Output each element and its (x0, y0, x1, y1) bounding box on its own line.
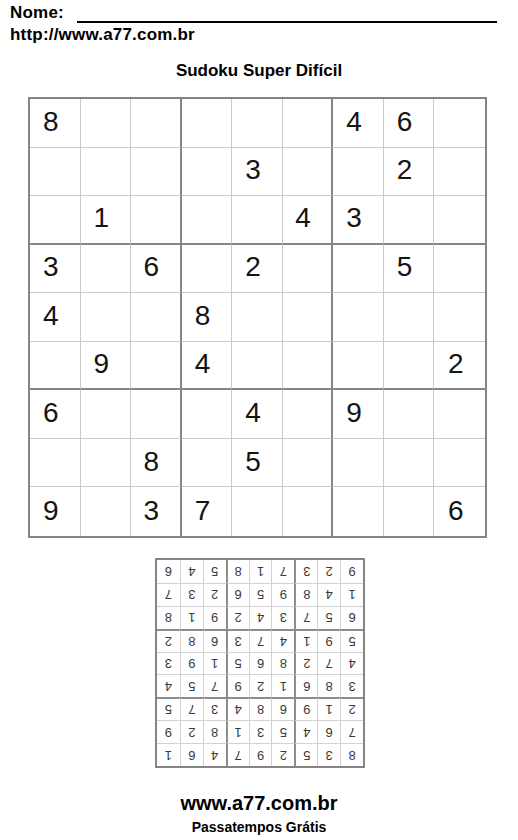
cell-digit: 4 (257, 610, 264, 625)
solution-cell-r6c7: 6 (203, 629, 226, 652)
cell-digit: 5 (257, 587, 264, 602)
cell-digit: 8 (195, 300, 211, 332)
puzzle-cell-r3c6[interactable]: 4 (283, 196, 334, 245)
cell-digit: 5 (211, 564, 218, 579)
solution-cell-r8c9: 7 (157, 583, 180, 606)
cell-digit: 5 (348, 634, 355, 649)
cell-digit: 6 (348, 610, 355, 625)
puzzle-cell-r9c8[interactable] (384, 487, 435, 536)
solution-cell-r4c4: 1 (271, 674, 294, 697)
cell-digit: 3 (245, 154, 261, 186)
cell-digit: 4 (235, 702, 242, 717)
cell-digit: 3 (144, 495, 160, 527)
cell-digit: 7 (195, 495, 211, 527)
solution-cell-r4c3: 6 (294, 674, 317, 697)
cell-digit: 5 (235, 656, 242, 671)
solution-cell-r4c8: 5 (180, 674, 203, 697)
cell-digit: 6 (211, 634, 218, 649)
solution-cell-r8c3: 8 (294, 583, 317, 606)
puzzle-cell-r6c8[interactable] (384, 342, 435, 391)
cell-digit: 6 (257, 656, 264, 671)
solution-cell-r9c8: 4 (180, 560, 203, 583)
solution-cell-r9c6: 8 (226, 560, 249, 583)
puzzle-cell-r1c5[interactable] (232, 99, 283, 148)
puzzle-cell-r4c7[interactable] (333, 245, 384, 294)
puzzle-cell-r7c7[interactable]: 9 (333, 390, 384, 439)
solution-cell-r1c8: 6 (180, 743, 203, 766)
solution-cell-r4c5: 2 (249, 674, 272, 697)
cell-digit: 9 (257, 748, 264, 763)
solution-cell-r7c3: 7 (294, 606, 317, 629)
solution-cell-r8c1: 1 (340, 583, 363, 606)
solution-cell-r1c2: 3 (317, 743, 340, 766)
cell-digit: 7 (303, 610, 310, 625)
puzzle-cell-r8c6[interactable] (283, 439, 334, 488)
puzzle-cell-r8c8[interactable] (384, 439, 435, 488)
puzzle-cell-r3c4[interactable] (182, 196, 233, 245)
cell-digit: 5 (280, 725, 287, 740)
puzzle-cell-r5c4[interactable]: 8 (182, 293, 233, 342)
puzzle-cell-r4c8[interactable]: 5 (384, 245, 435, 294)
solution-cell-r6c2: 9 (317, 629, 340, 652)
solution-cell-r3c2: 1 (317, 697, 340, 720)
cell-digit: 3 (165, 656, 172, 671)
cell-digit: 1 (326, 702, 333, 717)
puzzle-cell-r4c5[interactable]: 2 (232, 245, 283, 294)
cell-digit: 9 (43, 495, 59, 527)
puzzle-cell-r7c8[interactable] (384, 390, 435, 439)
cell-digit: 5 (397, 251, 413, 283)
cell-digit: 9 (303, 702, 310, 717)
solution-cell-r5c6: 5 (226, 652, 249, 675)
solution-cell-r9c1: 9 (340, 560, 363, 583)
solution-cell-r5c9: 3 (157, 652, 180, 675)
puzzle-cell-r3c9[interactable] (434, 196, 485, 245)
cell-digit: 9 (348, 564, 355, 579)
cell-digit: 3 (188, 587, 195, 602)
puzzle-cell-r3c3[interactable] (131, 196, 182, 245)
cell-digit: 3 (348, 679, 355, 694)
puzzle-cell-r5c1[interactable]: 4 (30, 293, 81, 342)
solution-cell-r2c1: 7 (340, 720, 363, 743)
cell-digit: 9 (326, 634, 333, 649)
cell-digit: 5 (165, 702, 172, 717)
solution-cell-r6c8: 8 (180, 629, 203, 652)
cell-digit: 3 (257, 725, 264, 740)
cell-digit: 4 (326, 587, 333, 602)
solution-cell-r4c1: 3 (340, 674, 363, 697)
cell-digit: 7 (165, 587, 172, 602)
solution-cell-r5c5: 6 (249, 652, 272, 675)
solution-cell-r4c2: 8 (317, 674, 340, 697)
puzzle-cell-r9c2[interactable] (81, 487, 132, 536)
solution-cell-r2c6: 1 (226, 720, 249, 743)
puzzle-cell-r1c1[interactable]: 8 (30, 99, 81, 148)
cell-digit: 6 (235, 587, 242, 602)
cell-digit: 2 (235, 610, 242, 625)
cell-digit: 3 (280, 610, 287, 625)
solution-cell-r6c5: 7 (249, 629, 272, 652)
solution-cell-r6c3: 1 (294, 629, 317, 652)
puzzle-cell-r8c3[interactable]: 8 (131, 439, 182, 488)
cell-digit: 2 (280, 748, 287, 763)
puzzle-cell-r9c7[interactable] (333, 487, 384, 536)
sudoku-solution-grid-upside-down: 8352974617645318292196843753861297544728… (155, 558, 365, 768)
solution-cell-r6c4: 4 (271, 629, 294, 652)
solution-cell-r4c6: 9 (226, 674, 249, 697)
puzzle-cell-r5c5[interactable] (232, 293, 283, 342)
solution-cell-r8c8: 3 (180, 583, 203, 606)
solution-cell-r2c8: 2 (180, 720, 203, 743)
cell-digit: 1 (303, 634, 310, 649)
solution-cell-r9c3: 3 (294, 560, 317, 583)
puzzle-cell-r9c4[interactable]: 7 (182, 487, 233, 536)
puzzle-cell-r7c9[interactable] (434, 390, 485, 439)
cell-digit: 3 (43, 251, 59, 283)
cell-digit: 8 (211, 725, 218, 740)
cell-digit: 4 (195, 348, 211, 380)
puzzle-cell-r5c8[interactable] (384, 293, 435, 342)
solution-cell-r5c1: 4 (340, 652, 363, 675)
cell-digit: 4 (211, 748, 218, 763)
solution-cell-r9c2: 2 (317, 560, 340, 583)
cell-digit: 3 (346, 202, 362, 234)
puzzle-cell-r1c4[interactable] (182, 99, 233, 148)
cell-digit: 8 (165, 610, 172, 625)
cell-digit: 6 (144, 251, 160, 283)
cell-digit: 1 (280, 679, 287, 694)
cell-digit: 4 (188, 564, 195, 579)
puzzle-cell-r1c2[interactable] (81, 99, 132, 148)
cell-digit: 2 (326, 564, 333, 579)
solution-cell-r4c7: 7 (203, 674, 226, 697)
puzzle-cell-r1c6[interactable] (283, 99, 334, 148)
puzzle-cell-r8c2[interactable] (81, 439, 132, 488)
cell-digit: 3 (303, 564, 310, 579)
puzzle-cell-r2c6[interactable] (283, 148, 334, 197)
cell-digit: 7 (211, 679, 218, 694)
cell-digit: 7 (280, 564, 287, 579)
solution-cell-r7c8: 1 (180, 606, 203, 629)
puzzle-cell-r7c2[interactable] (81, 390, 132, 439)
cell-digit: 8 (235, 564, 242, 579)
puzzle-cell-r1c9[interactable] (434, 99, 485, 148)
cell-digit: 6 (397, 106, 413, 138)
puzzle-cell-r4c6[interactable] (283, 245, 334, 294)
solution-cell-r6c1: 5 (340, 629, 363, 652)
puzzle-cell-r7c6[interactable] (283, 390, 334, 439)
puzzle-cell-r5c6[interactable] (283, 293, 334, 342)
cell-digit: 1 (94, 202, 110, 234)
cell-digit: 6 (448, 495, 464, 527)
cell-digit: 1 (257, 564, 264, 579)
puzzle-cell-r6c1[interactable] (30, 342, 81, 391)
cell-digit: 1 (165, 748, 172, 763)
cell-digit: 1 (235, 725, 242, 740)
footer-tagline-text: Passatempos Grátis (0, 819, 518, 835)
puzzle-cell-r4c4[interactable] (182, 245, 233, 294)
puzzle-cell-r8c5[interactable]: 5 (232, 439, 283, 488)
site-url-text: http://www.a77.com.br (10, 25, 195, 45)
puzzle-title: Sudoku Super Difícil (0, 61, 518, 81)
puzzle-cell-r9c5[interactable] (232, 487, 283, 536)
solution-cell-r3c1: 2 (340, 697, 363, 720)
solution-cell-r9c5: 1 (249, 560, 272, 583)
cell-digit: 1 (348, 587, 355, 602)
cell-digit: 2 (303, 656, 310, 671)
solution-cell-r2c3: 4 (294, 720, 317, 743)
cell-digit: 9 (94, 348, 110, 380)
solution-cell-r4c9: 4 (157, 674, 180, 697)
solution-cell-r3c6: 4 (226, 697, 249, 720)
footer-site-text: www.a77.com.br (0, 792, 518, 815)
puzzle-cell-r7c5[interactable]: 4 (232, 390, 283, 439)
puzzle-cell-r6c4[interactable]: 4 (182, 342, 233, 391)
solution-cell-r3c4: 6 (271, 697, 294, 720)
puzzle-cell-r9c6[interactable] (283, 487, 334, 536)
cell-digit: 3 (326, 748, 333, 763)
puzzle-cell-r7c1[interactable]: 6 (30, 390, 81, 439)
puzzle-cell-r8c7[interactable] (333, 439, 384, 488)
puzzle-cell-r3c5[interactable] (232, 196, 283, 245)
solution-cell-r3c8: 7 (180, 697, 203, 720)
puzzle-cell-r5c9[interactable] (434, 293, 485, 342)
solution-cell-r3c5: 8 (249, 697, 272, 720)
solution-cell-r7c9: 8 (157, 606, 180, 629)
cell-digit: 6 (303, 679, 310, 694)
cell-digit: 8 (348, 748, 355, 763)
cell-digit: 4 (348, 656, 355, 671)
solution-cell-r2c9: 9 (157, 720, 180, 743)
solution-cell-r2c5: 3 (249, 720, 272, 743)
name-label: Nome: (10, 3, 64, 23)
cell-digit: 9 (280, 587, 287, 602)
puzzle-cell-r9c3[interactable]: 3 (131, 487, 182, 536)
solution-cell-r7c1: 6 (340, 606, 363, 629)
puzzle-cell-r4c1[interactable]: 3 (30, 245, 81, 294)
solution-cell-r5c8: 9 (180, 652, 203, 675)
solution-cell-r3c3: 9 (294, 697, 317, 720)
puzzle-cell-r1c3[interactable] (131, 99, 182, 148)
puzzle-cell-r6c9[interactable]: 2 (434, 342, 485, 391)
puzzle-cell-r4c3[interactable]: 6 (131, 245, 182, 294)
solution-cell-r5c2: 7 (317, 652, 340, 675)
solution-cell-r8c2: 4 (317, 583, 340, 606)
puzzle-cell-r6c3[interactable] (131, 342, 182, 391)
puzzle-cell-r9c9[interactable]: 6 (434, 487, 485, 536)
cell-digit: 6 (165, 564, 172, 579)
solution-cell-r7c4: 3 (271, 606, 294, 629)
cell-digit: 3 (235, 634, 242, 649)
solution-cell-r8c7: 2 (203, 583, 226, 606)
cell-digit: 6 (280, 702, 287, 717)
solution-cell-r7c6: 2 (226, 606, 249, 629)
cell-digit: 4 (165, 679, 172, 694)
cell-digit: 5 (245, 446, 261, 478)
solution-cell-r6c9: 2 (157, 629, 180, 652)
cell-digit: 6 (43, 397, 59, 429)
cell-digit: 2 (165, 634, 172, 649)
cell-digit: 4 (295, 202, 311, 234)
cell-digit: 9 (165, 725, 172, 740)
solution-cell-r1c5: 9 (249, 743, 272, 766)
cell-digit: 8 (257, 702, 264, 717)
puzzle-cell-r1c8[interactable]: 6 (384, 99, 435, 148)
solution-cell-r2c2: 6 (317, 720, 340, 743)
cell-digit: 5 (326, 610, 333, 625)
puzzle-cell-r7c4[interactable] (182, 390, 233, 439)
puzzle-cell-r5c7[interactable] (333, 293, 384, 342)
puzzle-cell-r2c2[interactable] (81, 148, 132, 197)
solution-cell-r8c4: 9 (271, 583, 294, 606)
cell-digit: 8 (144, 446, 160, 478)
cell-digit: 2 (257, 679, 264, 694)
cell-digit: 8 (188, 634, 195, 649)
cell-digit: 2 (397, 154, 413, 186)
solution-cell-r9c9: 6 (157, 560, 180, 583)
cell-digit: 8 (303, 587, 310, 602)
cell-digit: 9 (211, 610, 218, 625)
solution-cell-r9c4: 7 (271, 560, 294, 583)
puzzle-cell-r5c2[interactable] (81, 293, 132, 342)
puzzle-cell-r2c9[interactable] (434, 148, 485, 197)
puzzle-cell-r4c2[interactable] (81, 245, 132, 294)
sudoku-print-page: Nome: http://www.a77.com.br Sudoku Super… (0, 0, 518, 840)
cell-digit: 4 (245, 397, 261, 429)
puzzle-cell-r2c4[interactable] (182, 148, 233, 197)
solution-cell-r1c7: 4 (203, 743, 226, 766)
puzzle-cell-r8c9[interactable] (434, 439, 485, 488)
cell-digit: 2 (448, 348, 464, 380)
cell-digit: 7 (235, 748, 242, 763)
puzzle-cell-r2c5[interactable]: 3 (232, 148, 283, 197)
name-fill-line[interactable] (77, 21, 497, 23)
puzzle-cell-r2c1[interactable] (30, 148, 81, 197)
cell-digit: 8 (326, 679, 333, 694)
puzzle-cell-r3c1[interactable] (30, 196, 81, 245)
solution-cell-r8c5: 5 (249, 583, 272, 606)
puzzle-cell-r3c7[interactable]: 3 (333, 196, 384, 245)
cell-digit: 2 (245, 251, 261, 283)
puzzle-cell-r3c2[interactable]: 1 (81, 196, 132, 245)
cell-digit: 3 (211, 702, 218, 717)
puzzle-cell-r4c9[interactable] (434, 245, 485, 294)
solution-cell-r2c4: 5 (271, 720, 294, 743)
solution-cell-r5c4: 8 (271, 652, 294, 675)
cell-digit: 7 (257, 634, 264, 649)
sudoku-puzzle-grid: 84632143362548942649859376 (28, 97, 487, 538)
cell-digit: 4 (346, 106, 362, 138)
cell-digit: 2 (211, 587, 218, 602)
solution-cell-r9c7: 5 (203, 560, 226, 583)
solution-cell-r5c7: 1 (203, 652, 226, 675)
cell-digit: 1 (188, 610, 195, 625)
cell-digit: 7 (326, 656, 333, 671)
puzzle-cell-r1c7[interactable]: 4 (333, 99, 384, 148)
cell-digit: 4 (303, 725, 310, 740)
cell-digit: 5 (303, 748, 310, 763)
solution-cell-r7c7: 9 (203, 606, 226, 629)
solution-cell-r3c9: 5 (157, 697, 180, 720)
solution-cell-r8c6: 6 (226, 583, 249, 606)
puzzle-cell-r7c3[interactable] (131, 390, 182, 439)
puzzle-cell-r5c3[interactable] (131, 293, 182, 342)
solution-cell-r2c7: 8 (203, 720, 226, 743)
cell-digit: 6 (326, 725, 333, 740)
puzzle-cell-r9c1[interactable]: 9 (30, 487, 81, 536)
puzzle-cell-r6c6[interactable] (283, 342, 334, 391)
cell-digit: 1 (211, 656, 218, 671)
cell-digit: 9 (235, 679, 242, 694)
solution-cell-r1c6: 7 (226, 743, 249, 766)
cell-digit: 4 (43, 300, 59, 332)
cell-digit: 2 (348, 702, 355, 717)
solution-cell-r3c7: 3 (203, 697, 226, 720)
solution-cell-r7c5: 4 (249, 606, 272, 629)
solution-cell-r5c3: 2 (294, 652, 317, 675)
solution-cell-r7c2: 5 (317, 606, 340, 629)
cell-digit: 7 (188, 702, 195, 717)
cell-digit: 8 (280, 656, 287, 671)
cell-digit: 2 (188, 725, 195, 740)
puzzle-cell-r6c5[interactable] (232, 342, 283, 391)
solution-cell-r1c9: 1 (157, 743, 180, 766)
solution-cell-r6c6: 3 (226, 629, 249, 652)
puzzle-cell-r2c3[interactable] (131, 148, 182, 197)
cell-digit: 7 (348, 725, 355, 740)
cell-digit: 5 (188, 679, 195, 694)
solution-cell-r1c4: 2 (271, 743, 294, 766)
cell-digit: 8 (43, 106, 59, 138)
cell-digit: 6 (188, 748, 195, 763)
puzzle-cell-r2c8[interactable]: 2 (384, 148, 435, 197)
solution-cell-r1c1: 8 (340, 743, 363, 766)
puzzle-cell-r8c4[interactable] (182, 439, 233, 488)
cell-digit: 9 (346, 397, 362, 429)
puzzle-cell-r3c8[interactable] (384, 196, 435, 245)
cell-digit: 9 (188, 656, 195, 671)
cell-digit: 4 (280, 634, 287, 649)
puzzle-cell-r8c1[interactable] (30, 439, 81, 488)
puzzle-cell-r6c7[interactable] (333, 342, 384, 391)
solution-cell-r1c3: 5 (294, 743, 317, 766)
puzzle-cell-r6c2[interactable]: 9 (81, 342, 132, 391)
puzzle-cell-r2c7[interactable] (333, 148, 384, 197)
